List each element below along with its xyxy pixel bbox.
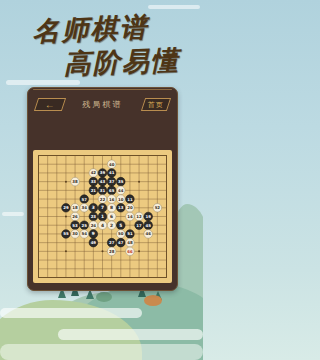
- star-point: [138, 181, 140, 183]
- landscape-bush: [144, 295, 162, 306]
- stone: 11: [126, 195, 135, 204]
- stone: 33: [89, 177, 98, 186]
- star-point: [102, 250, 104, 252]
- svg-text:30: 30: [72, 231, 78, 236]
- svg-text:51: 51: [127, 231, 133, 236]
- home-button[interactable]: 首页: [141, 98, 171, 111]
- cloud-wisp: [2, 212, 24, 216]
- stone: 16: [107, 195, 116, 204]
- stone: 22: [98, 195, 107, 204]
- home-button-label: 首页: [148, 100, 164, 110]
- stone: 50: [116, 230, 125, 239]
- stone: 34: [80, 203, 89, 212]
- stone: 10: [116, 195, 125, 204]
- stone: 40: [107, 160, 116, 169]
- stone: 35: [116, 177, 125, 186]
- star-point: [65, 181, 67, 183]
- stone: 5: [116, 221, 125, 230]
- svg-text:34: 34: [82, 205, 88, 210]
- stone: 21: [89, 186, 98, 195]
- svg-text:49: 49: [91, 240, 97, 245]
- stone: 44: [116, 186, 125, 195]
- go-board[interactable]: 4042394138334337352131654457221610112918…: [33, 150, 172, 283]
- svg-text:45: 45: [146, 223, 152, 228]
- svg-text:52: 52: [155, 205, 161, 210]
- stone: 14: [126, 212, 135, 221]
- star-point: [65, 216, 67, 218]
- svg-text:2: 2: [110, 223, 113, 228]
- cloud-wisp: [148, 5, 200, 9]
- stone: 18: [71, 203, 80, 212]
- stone: 29: [62, 203, 71, 212]
- hero-title-line2: 高阶易懂: [63, 42, 203, 81]
- stone: 28: [107, 247, 116, 256]
- svg-text:8: 8: [110, 205, 113, 210]
- stone: 2: [107, 221, 116, 230]
- stone: 31: [98, 186, 107, 195]
- stone: 24: [89, 221, 98, 230]
- svg-text:26: 26: [72, 214, 78, 219]
- hero-calligraphy: 名师棋谱 高阶易懂: [0, 8, 203, 83]
- stone: 42: [89, 169, 98, 178]
- stone: 27: [107, 238, 116, 247]
- svg-text:10: 10: [118, 197, 124, 202]
- svg-text:54: 54: [82, 231, 88, 236]
- svg-text:21: 21: [91, 188, 97, 193]
- svg-text:25: 25: [82, 223, 88, 228]
- svg-text:55: 55: [63, 231, 69, 236]
- svg-text:39: 39: [100, 170, 106, 175]
- svg-text:29: 29: [63, 205, 69, 210]
- stone: 66: [126, 247, 135, 256]
- cloud-wisp: [6, 80, 80, 85]
- svg-text:11: 11: [127, 197, 133, 202]
- stone: 26: [71, 212, 80, 221]
- svg-text:28: 28: [109, 249, 115, 254]
- svg-text:44: 44: [118, 188, 124, 193]
- stone: 57: [80, 195, 89, 204]
- card-header: ← 残局棋谱 首页: [28, 97, 177, 112]
- stone: 39: [98, 169, 107, 178]
- stone: 13: [116, 203, 125, 212]
- stone: 30: [71, 230, 80, 239]
- stone: 51: [126, 230, 135, 239]
- stone: 41: [107, 169, 116, 178]
- star-point: [65, 250, 67, 252]
- mist-band: [58, 329, 203, 340]
- stone: 9: [89, 230, 98, 239]
- svg-text:7: 7: [101, 205, 104, 210]
- svg-text:35: 35: [118, 179, 124, 184]
- stone: 3: [89, 203, 98, 212]
- stone: 45: [144, 221, 153, 230]
- svg-text:13: 13: [118, 205, 124, 210]
- svg-text:22: 22: [100, 197, 106, 202]
- svg-text:16: 16: [109, 197, 115, 202]
- back-arrow-icon: ←: [45, 100, 55, 110]
- svg-text:5: 5: [119, 223, 122, 228]
- svg-text:6: 6: [110, 214, 113, 219]
- svg-text:53: 53: [72, 223, 78, 228]
- stone: 19: [144, 212, 153, 221]
- stone: 38: [71, 177, 80, 186]
- stone: 48: [126, 238, 135, 247]
- card-title: 残局棋谱: [83, 99, 123, 110]
- stone: 17: [135, 221, 144, 230]
- stone: 43: [98, 177, 107, 186]
- stone: 6: [107, 212, 116, 221]
- stone: 20: [126, 203, 135, 212]
- stone: 54: [80, 230, 89, 239]
- svg-text:42: 42: [91, 170, 97, 175]
- svg-text:12: 12: [136, 214, 142, 219]
- svg-text:37: 37: [109, 179, 115, 184]
- svg-text:66: 66: [127, 249, 133, 254]
- stone: 53: [71, 221, 80, 230]
- stone: 12: [135, 212, 144, 221]
- stone: 8: [107, 203, 116, 212]
- svg-text:40: 40: [109, 162, 115, 167]
- svg-text:65: 65: [109, 188, 115, 193]
- svg-text:3: 3: [92, 205, 95, 210]
- stone: 46: [144, 230, 153, 239]
- svg-text:14: 14: [127, 214, 133, 219]
- stone: 7: [98, 203, 107, 212]
- mist-band: [0, 344, 203, 360]
- stone: 37: [107, 177, 116, 186]
- svg-text:43: 43: [100, 179, 106, 184]
- svg-text:33: 33: [91, 179, 97, 184]
- landscape-bush: [96, 292, 112, 302]
- svg-text:24: 24: [91, 223, 97, 228]
- svg-text:20: 20: [127, 205, 133, 210]
- svg-text:19: 19: [146, 214, 152, 219]
- svg-text:50: 50: [118, 231, 124, 236]
- svg-text:41: 41: [109, 170, 115, 175]
- stone: 23: [89, 212, 98, 221]
- go-board-svg: 4042394138334337352131654457221610112918…: [33, 150, 172, 283]
- svg-text:48: 48: [127, 240, 133, 245]
- svg-text:23: 23: [91, 214, 97, 219]
- mist-band: [0, 308, 142, 318]
- svg-text:46: 46: [146, 231, 152, 236]
- svg-text:47: 47: [118, 240, 124, 245]
- stone: 1: [98, 212, 107, 221]
- svg-text:9: 9: [92, 231, 95, 236]
- game-card: ← 残局棋谱 首页 404239413833433735213165445722…: [27, 87, 178, 291]
- stone: 4: [98, 221, 107, 230]
- stone: 49: [89, 238, 98, 247]
- svg-text:57: 57: [82, 197, 88, 202]
- stone: 47: [116, 238, 125, 247]
- svg-text:38: 38: [72, 179, 78, 184]
- svg-text:4: 4: [101, 223, 104, 228]
- svg-text:1: 1: [101, 214, 104, 219]
- stone: 55: [62, 230, 71, 239]
- svg-text:17: 17: [136, 223, 142, 228]
- svg-text:27: 27: [109, 240, 115, 245]
- svg-text:31: 31: [100, 188, 106, 193]
- svg-text:18: 18: [72, 205, 78, 210]
- back-button[interactable]: ←: [34, 98, 66, 111]
- stone: 25: [80, 221, 89, 230]
- stone: 65: [107, 186, 116, 195]
- star-point: [138, 250, 140, 252]
- stone: 52: [153, 203, 162, 212]
